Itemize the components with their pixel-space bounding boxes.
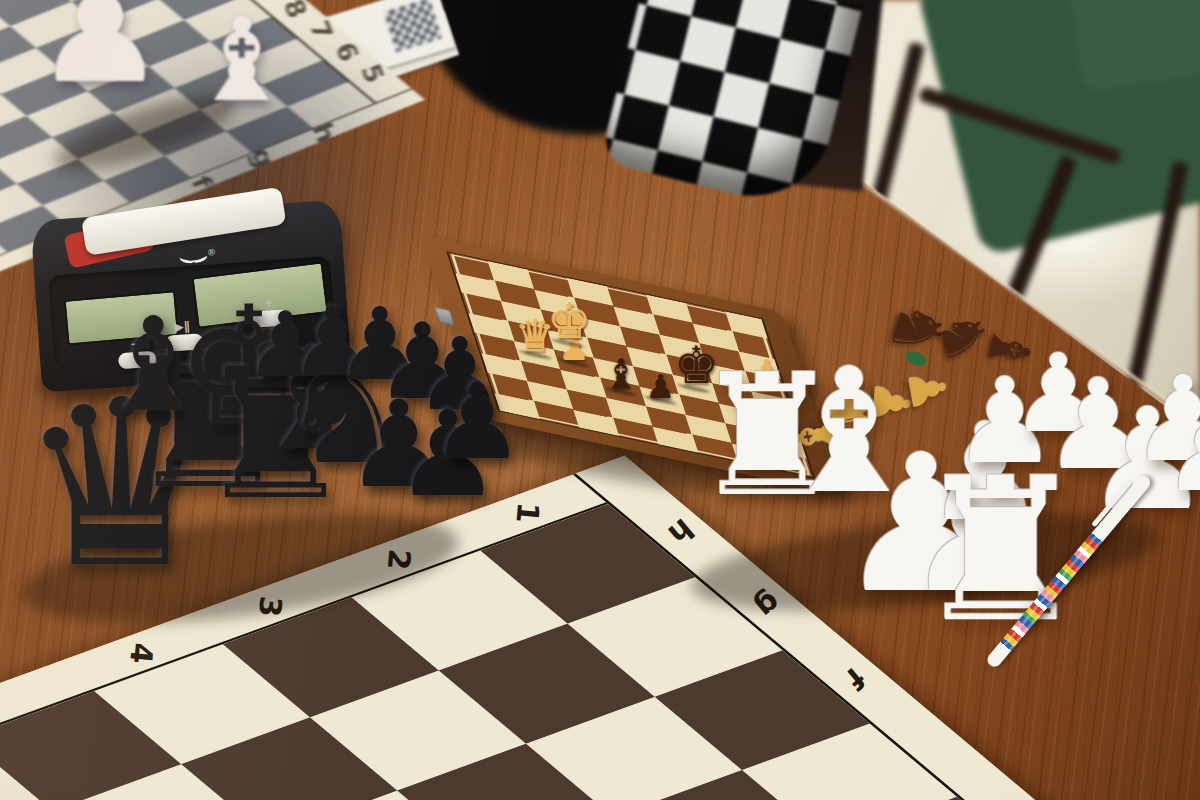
square-c5: ♚ (543, 320, 589, 348)
white-pawn: ♟ (1162, 395, 1200, 507)
white-king: ♚ (548, 297, 588, 346)
bird-wing-icon (190, 251, 208, 265)
bird-logo-icon (179, 253, 210, 269)
registered-mark: ® (207, 248, 217, 258)
white-rook: ♜ (912, 452, 1090, 650)
tournament-table-scene: 8 7 6 5 f g h ♟ ♝ 1 2 3 4 h g f (0, 0, 1200, 800)
black-pawn: ♟ (430, 370, 524, 475)
white-bishop: ♝ (190, 2, 294, 118)
black-bishop: ♝ (601, 353, 641, 394)
rank-label: 4 (121, 635, 158, 672)
white-pawn: ♟ (34, 0, 167, 104)
rank-label: 1 (507, 494, 544, 531)
square-d3: ♝ (595, 369, 641, 397)
